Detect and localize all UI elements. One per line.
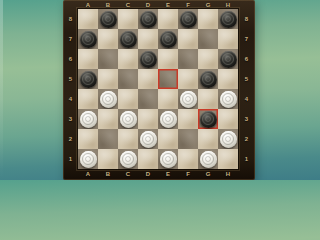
file-label-d: D — [138, 0, 158, 9]
white-checker-piece[interactable] — [160, 151, 177, 168]
file-label-a: A — [78, 169, 98, 178]
file-label-h: H — [218, 0, 238, 9]
file-label-b: B — [98, 169, 118, 178]
white-checker-piece[interactable] — [220, 131, 237, 148]
rank-label-3: 3 — [238, 109, 255, 129]
square-b7[interactable] — [98, 29, 118, 49]
black-checker-piece[interactable] — [140, 51, 157, 68]
square-d1[interactable] — [138, 149, 158, 169]
white-checker-piece[interactable] — [100, 91, 117, 108]
rank-label-6: 6 — [63, 49, 78, 69]
square-a3[interactable] — [78, 109, 98, 129]
white-checker-piece[interactable] — [120, 151, 137, 168]
square-e6[interactable] — [158, 49, 178, 69]
file-label-b: B — [98, 0, 118, 9]
file-label-d: D — [138, 169, 158, 178]
square-b2[interactable] — [98, 129, 118, 149]
square-d5[interactable] — [138, 69, 158, 89]
square-g4[interactable] — [198, 89, 218, 109]
rank-label-2: 2 — [238, 129, 255, 149]
black-checker-piece[interactable] — [180, 11, 197, 28]
square-h7[interactable] — [218, 29, 238, 49]
square-h5[interactable] — [218, 69, 238, 89]
black-checker-piece[interactable] — [140, 11, 157, 28]
square-b4[interactable] — [98, 89, 118, 109]
rank-label-5: 5 — [63, 69, 78, 89]
board-frame: ABCDEFGH 87654321 87654321 ABCDEFGH — [63, 0, 255, 180]
file-label-g: G — [198, 169, 218, 178]
square-c6[interactable] — [118, 49, 138, 69]
screen-edge-highlight — [0, 0, 3, 180]
square-b6[interactable] — [98, 49, 118, 69]
rank-label-8: 8 — [238, 9, 255, 29]
square-a5[interactable] — [78, 69, 98, 89]
square-f5[interactable] — [178, 69, 198, 89]
rank-label-7: 7 — [63, 29, 78, 49]
square-c7[interactable] — [118, 29, 138, 49]
square-h4[interactable] — [218, 89, 238, 109]
square-e7[interactable] — [158, 29, 178, 49]
square-h6[interactable] — [218, 49, 238, 69]
white-checker-piece[interactable] — [160, 111, 177, 128]
white-checker-piece[interactable] — [80, 111, 97, 128]
rank-label-2: 2 — [63, 129, 78, 149]
square-h8[interactable] — [218, 9, 238, 29]
file-label-e: E — [158, 0, 178, 9]
file-labels-bottom: ABCDEFGH — [78, 169, 238, 178]
file-label-e: E — [158, 169, 178, 178]
white-checker-piece[interactable] — [120, 111, 137, 128]
square-h3[interactable] — [218, 109, 238, 129]
square-g2[interactable] — [198, 129, 218, 149]
rank-label-6: 6 — [238, 49, 255, 69]
square-a1[interactable] — [78, 149, 98, 169]
square-g8[interactable] — [198, 9, 218, 29]
rank-label-4: 4 — [63, 89, 78, 109]
rank-labels-left: 87654321 — [63, 9, 78, 169]
square-d8[interactable] — [138, 9, 158, 29]
square-c3[interactable] — [118, 109, 138, 129]
black-checker-piece[interactable] — [220, 11, 237, 28]
square-f4[interactable] — [178, 89, 198, 109]
rank-label-1: 1 — [238, 149, 255, 169]
square-g1[interactable] — [198, 149, 218, 169]
file-label-f: F — [178, 0, 198, 9]
square-b3[interactable] — [98, 109, 118, 129]
white-checker-piece[interactable] — [180, 91, 197, 108]
file-label-a: A — [78, 0, 98, 9]
square-h1[interactable] — [218, 149, 238, 169]
file-labels-top: ABCDEFGH — [78, 0, 238, 9]
square-a8[interactable] — [78, 9, 98, 29]
square-c4[interactable] — [118, 89, 138, 109]
square-d3[interactable] — [138, 109, 158, 129]
black-checker-piece[interactable] — [80, 31, 97, 48]
white-checker-piece[interactable] — [200, 151, 217, 168]
file-label-c: C — [118, 169, 138, 178]
black-checker-piece[interactable] — [200, 71, 217, 88]
file-label-f: F — [178, 169, 198, 178]
white-checker-piece[interactable] — [140, 131, 157, 148]
square-d6[interactable] — [138, 49, 158, 69]
square-f3[interactable] — [178, 109, 198, 129]
rank-labels-right: 87654321 — [238, 9, 255, 169]
black-checker-piece[interactable] — [220, 51, 237, 68]
square-a4[interactable] — [78, 89, 98, 109]
square-h2[interactable] — [218, 129, 238, 149]
square-g3[interactable] — [198, 109, 218, 129]
square-g7[interactable] — [198, 29, 218, 49]
square-f1[interactable] — [178, 149, 198, 169]
square-e1[interactable] — [158, 149, 178, 169]
square-e4[interactable] — [158, 89, 178, 109]
square-b5[interactable] — [98, 69, 118, 89]
rank-label-7: 7 — [238, 29, 255, 49]
file-label-c: C — [118, 0, 138, 9]
checkers-board — [78, 9, 238, 169]
rank-label-1: 1 — [63, 149, 78, 169]
square-e5[interactable] — [158, 69, 178, 89]
rank-label-3: 3 — [63, 109, 78, 129]
white-checker-piece[interactable] — [220, 91, 237, 108]
square-f8[interactable] — [178, 9, 198, 29]
square-g5[interactable] — [198, 69, 218, 89]
square-c1[interactable] — [118, 149, 138, 169]
square-f7[interactable] — [178, 29, 198, 49]
square-e2[interactable] — [158, 129, 178, 149]
black-checker-piece[interactable] — [80, 71, 97, 88]
square-e3[interactable] — [158, 109, 178, 129]
square-c2[interactable] — [118, 129, 138, 149]
square-b1[interactable] — [98, 149, 118, 169]
file-label-g: G — [198, 0, 218, 9]
square-f6[interactable] — [178, 49, 198, 69]
square-a6[interactable] — [78, 49, 98, 69]
square-f2[interactable] — [178, 129, 198, 149]
square-a7[interactable] — [78, 29, 98, 49]
white-checker-piece[interactable] — [80, 151, 97, 168]
square-d4[interactable] — [138, 89, 158, 109]
square-a2[interactable] — [78, 129, 98, 149]
square-e8[interactable] — [158, 9, 178, 29]
square-d7[interactable] — [138, 29, 158, 49]
square-c8[interactable] — [118, 9, 138, 29]
rank-label-8: 8 — [63, 9, 78, 29]
black-checker-piece[interactable] — [100, 11, 117, 28]
black-checker-piece[interactable] — [120, 31, 137, 48]
black-checker-piece[interactable] — [200, 111, 217, 128]
square-c5[interactable] — [118, 69, 138, 89]
file-label-h: H — [218, 169, 238, 178]
rank-label-4: 4 — [238, 89, 255, 109]
square-b8[interactable] — [98, 9, 118, 29]
square-g6[interactable] — [198, 49, 218, 69]
square-d2[interactable] — [138, 129, 158, 149]
black-checker-piece[interactable] — [160, 31, 177, 48]
rank-label-5: 5 — [238, 69, 255, 89]
